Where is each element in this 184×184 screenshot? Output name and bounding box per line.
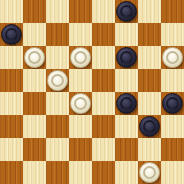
board-square [115,69,138,92]
board-square[interactable] [92,69,115,92]
board-square [23,115,46,138]
board-square [0,46,23,69]
board-square [69,23,92,46]
board-square[interactable] [138,23,161,46]
board-square [161,115,184,138]
board-square[interactable] [92,23,115,46]
white-man-piece[interactable] [70,47,91,68]
board-square[interactable] [69,0,92,23]
board-square [115,115,138,138]
board-square [92,46,115,69]
board-square [46,46,69,69]
board-square [138,92,161,115]
board-square[interactable] [0,23,23,46]
board-square[interactable] [92,161,115,184]
board-square [161,69,184,92]
board-square [92,138,115,161]
board-square [46,0,69,23]
board-square [161,23,184,46]
board-square[interactable] [161,92,184,115]
board-square [161,161,184,184]
board-square[interactable] [69,92,92,115]
board-square[interactable] [46,161,69,184]
board-square[interactable] [0,161,23,184]
black-man-piece[interactable] [116,93,137,114]
board-square [69,161,92,184]
white-man-piece[interactable] [139,162,160,183]
white-man-piece[interactable] [24,47,45,68]
board-square [92,0,115,23]
board-square [0,92,23,115]
board-square[interactable] [138,69,161,92]
board-square [138,0,161,23]
board-square [69,115,92,138]
board-square[interactable] [46,23,69,46]
board-square[interactable] [161,138,184,161]
board-square[interactable] [115,138,138,161]
board-square [138,46,161,69]
white-man-piece[interactable] [70,93,91,114]
board-square [46,92,69,115]
black-man-piece[interactable] [139,116,160,137]
board-square[interactable] [0,69,23,92]
board-square[interactable] [46,69,69,92]
board-square [23,161,46,184]
board-square[interactable] [161,46,184,69]
board-square[interactable] [23,138,46,161]
black-man-piece[interactable] [1,24,22,45]
board-square [92,92,115,115]
board-square [23,23,46,46]
board-square[interactable] [92,115,115,138]
white-man-piece[interactable] [47,70,68,91]
board-square[interactable] [115,0,138,23]
board-square [115,161,138,184]
white-man-piece[interactable] [162,47,183,68]
board-square[interactable] [161,0,184,23]
board-square[interactable] [46,115,69,138]
board-square[interactable] [138,115,161,138]
board-square [138,138,161,161]
black-man-piece[interactable] [116,1,137,22]
board-square[interactable] [138,161,161,184]
black-man-piece[interactable] [116,47,137,68]
board-square [0,138,23,161]
board-square [115,23,138,46]
board-square[interactable] [69,138,92,161]
board-square[interactable] [23,0,46,23]
board-square [23,69,46,92]
board-square[interactable] [23,46,46,69]
board-square[interactable] [23,92,46,115]
board-square [0,0,23,23]
checkers-board [0,0,184,184]
board-square[interactable] [115,92,138,115]
board-square [69,69,92,92]
board-square[interactable] [115,46,138,69]
board-square[interactable] [0,115,23,138]
board-square [46,138,69,161]
board-square[interactable] [69,46,92,69]
black-man-piece[interactable] [162,93,183,114]
